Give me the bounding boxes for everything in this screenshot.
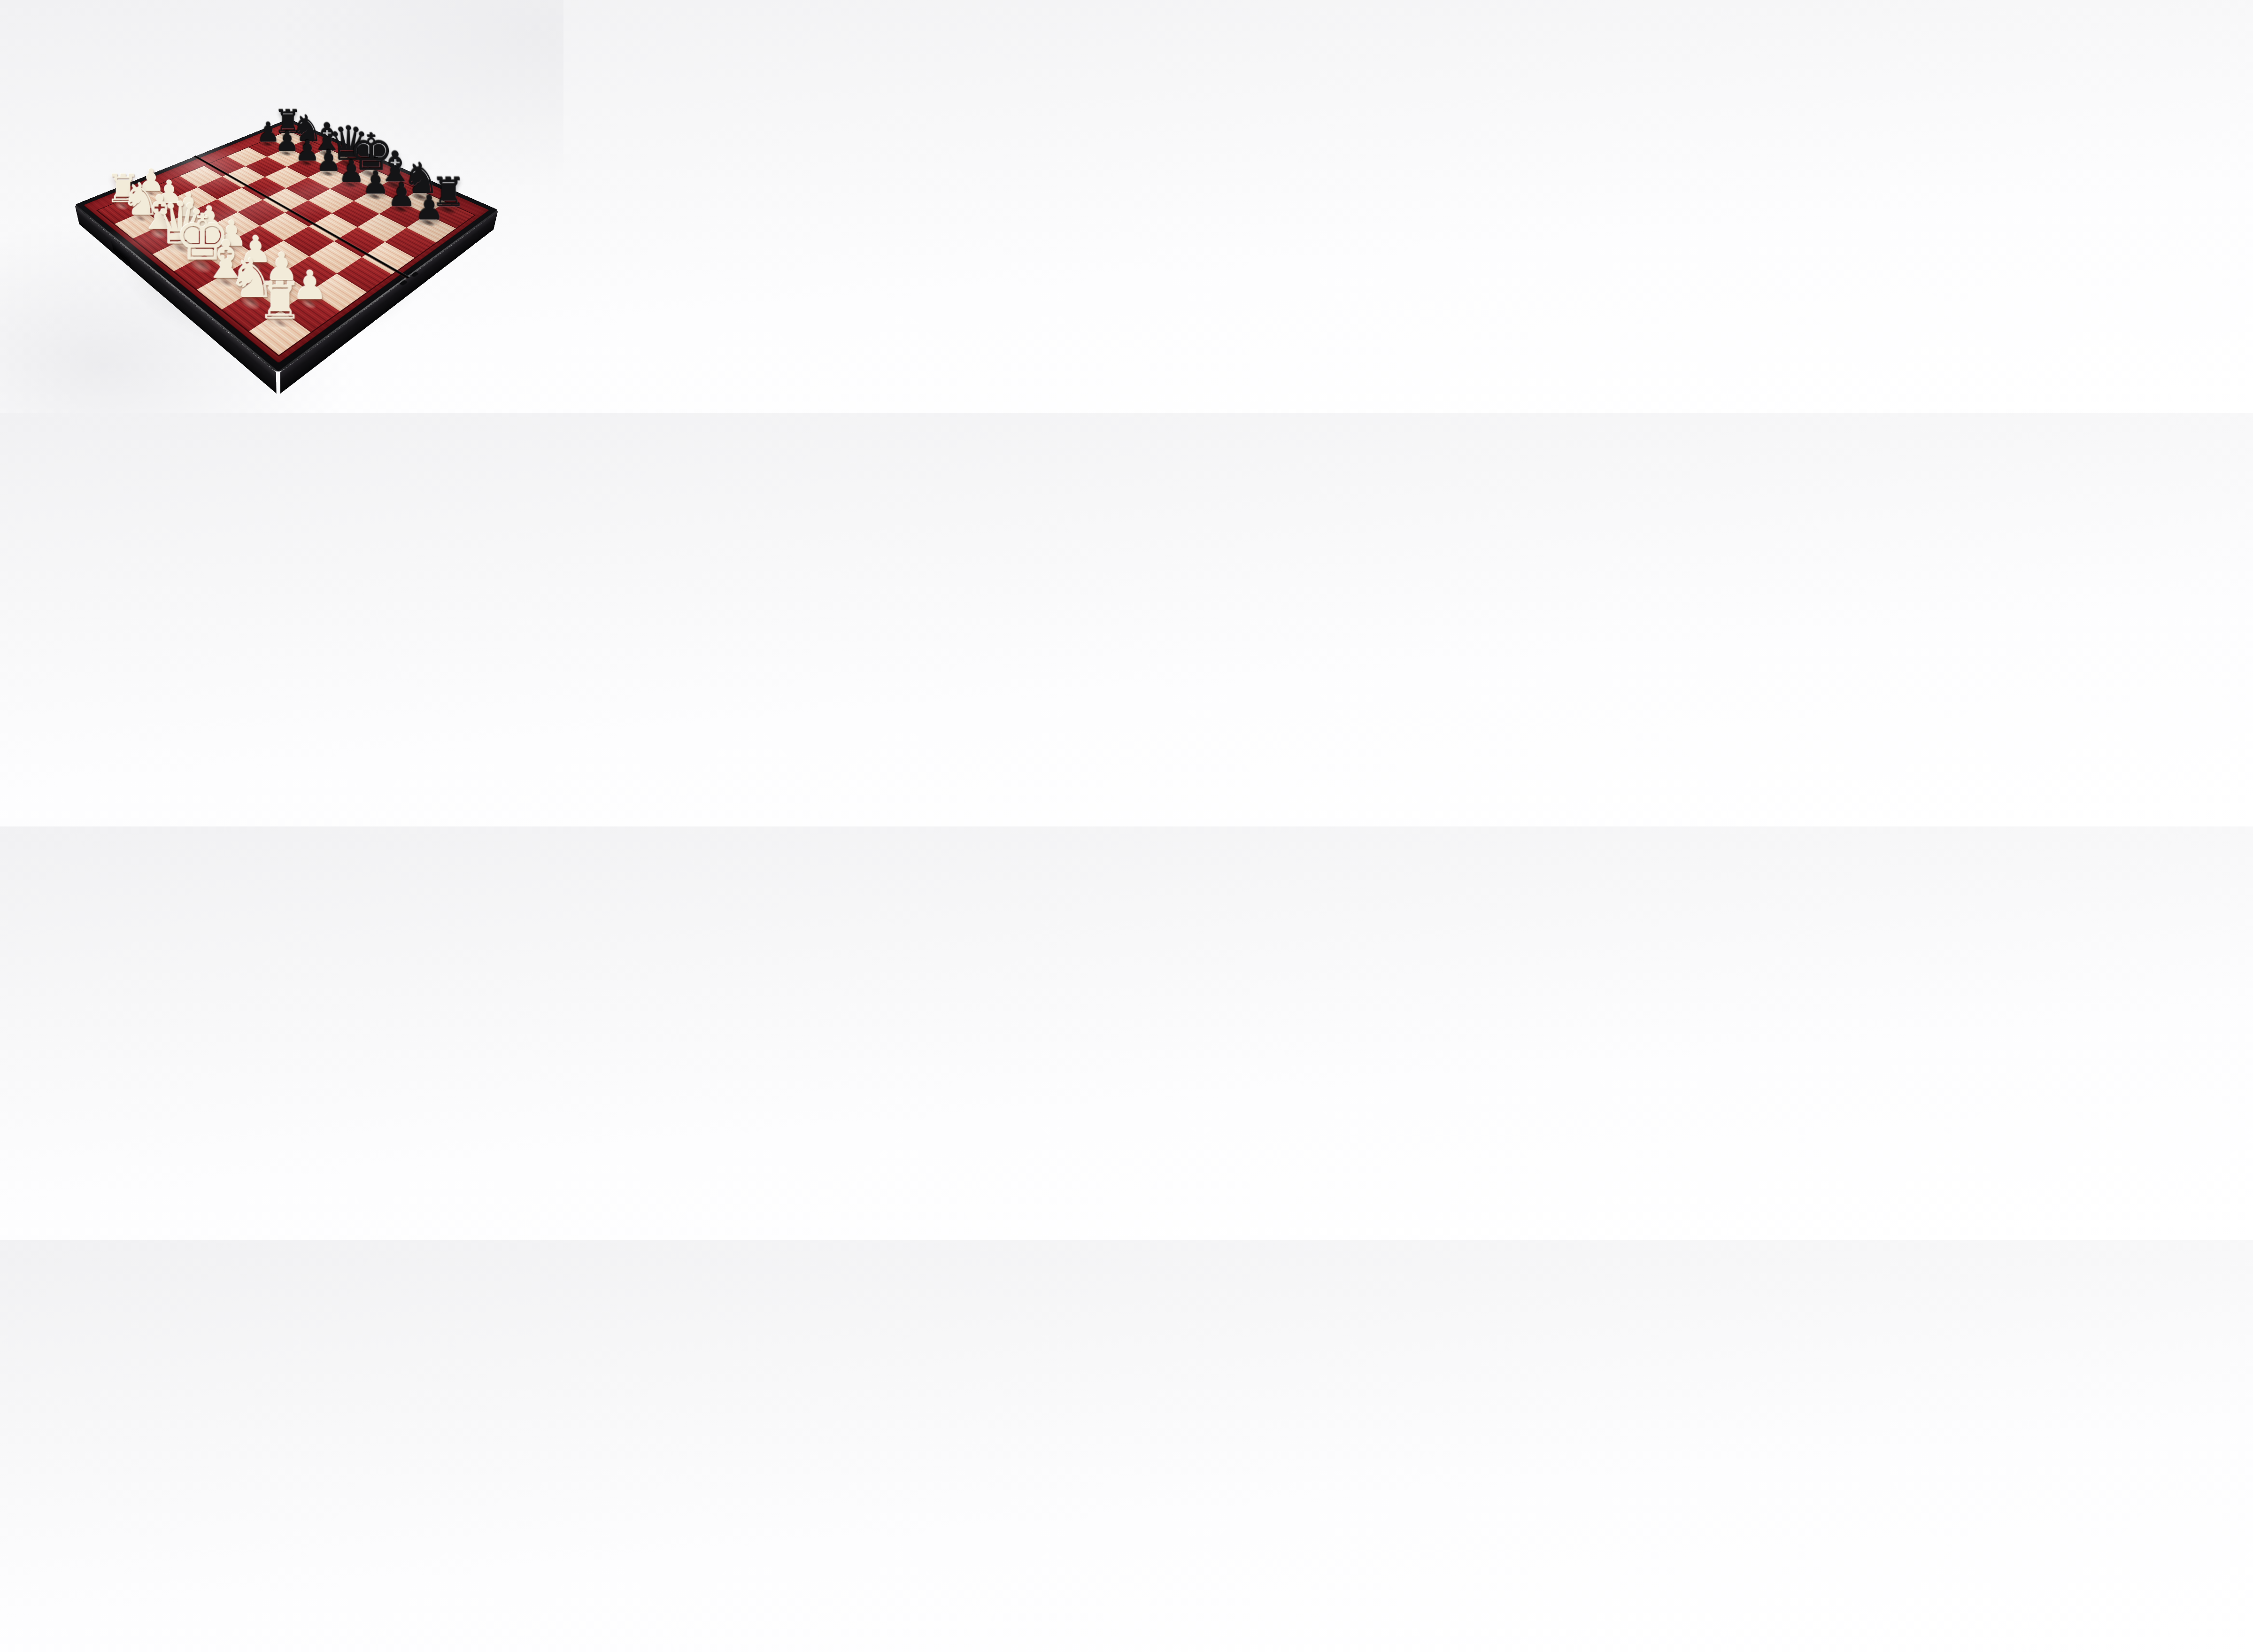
- white-rook-icon: ♜: [257, 275, 303, 326]
- studio-photo: { "game": "chess", "scene": "folding mag…: [0, 0, 563, 413]
- black-pawn-icon: ♟: [387, 179, 416, 211]
- black-pawn-icon: ♟: [415, 192, 444, 225]
- scene: ♜♞♝♛♚♝♞♜♟♟♟♟♟♟♟♟♜♞♝♛♚♝♞♜♟♟♟♟♟♟♟♟: [0, 0, 563, 413]
